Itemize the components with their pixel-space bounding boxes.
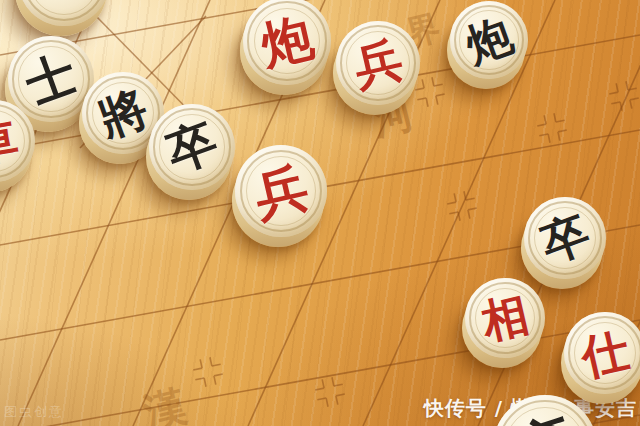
piece-black-cannon[interactable]: 炮 bbox=[450, 1, 528, 79]
pieces-layer: 炮炮兵士將車卒兵卒相仕卒 bbox=[0, 0, 640, 426]
piece-black-soldier-1[interactable]: 卒 bbox=[149, 104, 235, 190]
piece-red-soldier-1[interactable]: 兵 bbox=[336, 21, 420, 105]
piece-glyph: 炮 bbox=[234, 0, 340, 94]
piece-red-elephant[interactable]: 相 bbox=[465, 278, 545, 358]
piece-rim-top-left[interactable] bbox=[18, 0, 110, 26]
piece-black-soldier-2[interactable]: 卒 bbox=[524, 197, 606, 279]
piece-glyph: 兵 bbox=[328, 13, 429, 114]
piece-red-soldier-2[interactable]: 兵 bbox=[235, 145, 327, 237]
piece-red-partial-left[interactable]: 車 bbox=[0, 100, 35, 182]
piece-glyph: 兵 bbox=[226, 136, 336, 246]
xiangqi-board-photo: 界河漢 炮炮兵士將車卒兵卒相仕卒 图虫创意 快传号 / 懒人故事安吉 bbox=[0, 0, 640, 426]
piece-red-cannon[interactable]: 炮 bbox=[243, 0, 331, 85]
piece-glyph: 炮 bbox=[439, 0, 539, 90]
piece-black-partial-bottom[interactable]: 卒 bbox=[493, 395, 597, 426]
